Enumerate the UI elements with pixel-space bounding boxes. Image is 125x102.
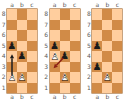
white-pawn-outline: ♙ [103, 73, 112, 83]
square-c8 [27, 9, 37, 20]
square-b6 [102, 30, 112, 41]
square-c2 [112, 72, 122, 83]
square-a3 [7, 62, 17, 73]
square-a3: ♟ [92, 62, 102, 73]
square-b2: ♟♙ [102, 72, 112, 83]
file-label-a: a [50, 93, 60, 101]
file-label-c: c [112, 93, 122, 101]
square-a8 [7, 9, 17, 20]
square-a2: ♟♙ [7, 72, 17, 83]
square-c3 [112, 62, 122, 73]
white-pawn: ♟♙ [102, 72, 112, 83]
square-a8 [50, 9, 60, 20]
file-labels-top: abc [50, 1, 83, 9]
black-pawn: ♟ [18, 51, 27, 61]
square-b5 [60, 41, 70, 52]
square-c7 [112, 20, 122, 31]
white-pawn-outline: ♙ [18, 73, 27, 83]
square-b1 [17, 83, 27, 94]
file-label-a: a [7, 1, 17, 9]
square-c6 [27, 30, 37, 41]
white-pawn-outline: ♙ [50, 52, 59, 62]
black-pawn: ♟ [50, 41, 59, 51]
square-a7 [50, 20, 60, 31]
square-a6 [92, 30, 102, 41]
white-pawn: ♟♙ [7, 72, 17, 83]
file-label-c: c [27, 93, 37, 101]
chess-board-2: abc87654321♟♟♙♟♟♙abc [44, 1, 83, 101]
board-middle: 87654321♟♟♙♟♟♙ [44, 9, 83, 93]
file-label-b: b [60, 1, 70, 9]
square-b3 [102, 62, 112, 73]
square-a2 [50, 72, 60, 83]
square-a4: ♟♙ [50, 51, 60, 62]
square-c4 [27, 51, 37, 62]
file-label-c: c [112, 1, 122, 9]
square-c6 [112, 30, 122, 41]
black-pawn: ♟ [60, 51, 69, 61]
square-c1 [27, 83, 37, 94]
white-pawn: ♟♙ [60, 72, 70, 83]
white-pawn-outline: ♙ [8, 73, 17, 83]
square-a7 [7, 20, 17, 31]
square-b4 [102, 51, 112, 62]
square-b3 [60, 62, 70, 73]
square-a1 [7, 83, 17, 94]
square-b7 [102, 20, 112, 31]
square-b2: ♟♙ [60, 72, 70, 83]
square-c8 [70, 9, 80, 20]
square-a4 [92, 51, 102, 62]
square-a8 [92, 9, 102, 20]
board-middle: 87654321♟♟♟♙♟♙ [1, 9, 40, 93]
square-b6 [60, 30, 70, 41]
square-a7 [92, 20, 102, 31]
square-b8 [17, 9, 27, 20]
square-c6 [70, 30, 80, 41]
square-c3 [70, 62, 80, 73]
file-label-b: b [102, 93, 112, 101]
square-c4 [112, 51, 122, 62]
square-b1 [102, 83, 112, 94]
chess-board-3: abc87654321♟♟♟♙abc [86, 1, 125, 101]
square-c2 [27, 72, 37, 83]
square-c1 [70, 83, 80, 94]
square-a4 [7, 51, 17, 62]
square-b5 [102, 41, 112, 52]
file-label-c: c [70, 93, 80, 101]
square-a6 [7, 30, 17, 41]
square-c7 [70, 20, 80, 31]
file-label-b: b [17, 1, 27, 9]
board-middle: 87654321♟♟♟♙ [86, 9, 125, 93]
file-label-a: a [92, 93, 102, 101]
file-labels-bottom: abc [92, 93, 125, 101]
file-label-c: c [70, 1, 80, 9]
chess-board-1: abc87654321♟♟♟♙♟♙abc [1, 1, 40, 101]
square-c1 [112, 83, 122, 94]
file-label-a: a [92, 1, 102, 9]
black-pawn: ♟ [8, 41, 17, 51]
square-a6 [50, 30, 60, 41]
board-squares: ♟♟♙♟♟♙ [50, 9, 80, 93]
square-a1 [50, 83, 60, 94]
file-labels-bottom: abc [50, 93, 83, 101]
white-pawn: ♟♙ [50, 51, 60, 62]
file-labels-bottom: abc [7, 93, 40, 101]
square-c5 [27, 41, 37, 52]
square-b6 [17, 30, 27, 41]
board-squares: ♟♟♟♙♟♙ [7, 9, 37, 93]
black-pawn: ♟ [93, 62, 102, 72]
file-label-b: b [60, 93, 70, 101]
square-b5 [17, 41, 27, 52]
square-a5: ♟ [7, 41, 17, 52]
file-label-b: b [17, 93, 27, 101]
square-c3 [27, 62, 37, 73]
square-a3 [50, 62, 60, 73]
en-passant-diagrams: abc87654321♟♟♟♙♟♙abc abc87654321♟♟♙♟♟♙ab… [0, 0, 125, 101]
file-label-a: a [7, 93, 17, 101]
file-label-b: b [102, 1, 112, 9]
white-pawn-outline: ♙ [60, 73, 69, 83]
square-c7 [27, 20, 37, 31]
square-a2 [92, 72, 102, 83]
file-label-c: c [27, 1, 37, 9]
square-b8 [102, 9, 112, 20]
board-squares: ♟♟♟♙ [92, 9, 122, 93]
square-b3 [17, 62, 27, 73]
white-pawn: ♟♙ [17, 72, 27, 83]
square-b1 [60, 83, 70, 94]
square-b7 [60, 20, 70, 31]
square-c5 [112, 41, 122, 52]
square-a1 [92, 83, 102, 94]
square-c4 [70, 51, 80, 62]
file-labels-top: abc [92, 1, 125, 9]
square-c2 [70, 72, 80, 83]
square-a5: ♟ [92, 41, 102, 52]
file-labels-top: abc [7, 1, 40, 9]
square-b7 [17, 20, 27, 31]
square-b4: ♟ [60, 51, 70, 62]
black-pawn: ♟ [93, 41, 102, 51]
square-b2: ♟♙ [17, 72, 27, 83]
file-label-a: a [50, 1, 60, 9]
square-a5: ♟ [50, 41, 60, 52]
square-b4: ♟ [17, 51, 27, 62]
square-c5 [70, 41, 80, 52]
square-b8 [60, 9, 70, 20]
square-c8 [112, 9, 122, 20]
